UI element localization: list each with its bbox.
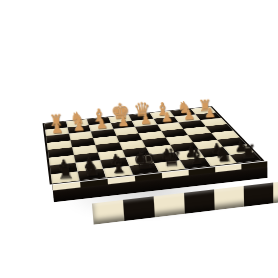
black-rook: ♜ xyxy=(56,162,75,183)
black-rook: ♜ xyxy=(239,142,257,162)
black-knight: ♞ xyxy=(213,144,232,165)
white-pawn: ♟ xyxy=(50,121,63,135)
black-bishop: ♝ xyxy=(108,154,129,177)
black-queen: ♛ xyxy=(160,146,183,171)
white-pawn: ♟ xyxy=(95,117,108,131)
white-pawn: ♟ xyxy=(161,110,174,124)
black-bishop: ♝ xyxy=(187,145,207,168)
white-pawn: ♟ xyxy=(204,106,216,120)
square-3-6-ivory xyxy=(183,126,211,135)
chess-box-assembly: ♜♞♝♚♛♝♞♜♟♟♟♟♟♟♟♟♟♟♟♟♟♟♟♟♜♞♝♚♛♝♞♜ xyxy=(0,0,278,278)
black-king: ♚ xyxy=(132,146,157,174)
chess-board: ♜♞♝♚♛♝♞♜♟♟♟♟♟♟♟♟♟♟♟♟♟♟♟♟♜♞♝♚♛♝♞♜ xyxy=(43,106,265,184)
chess-set-product-photo[interactable]: ♜♞♝♚♛♝♞♜♟♟♟♟♟♟♟♟♟♟♟♟♟♟♟♟♜♞♝♚♛♝♞♜ xyxy=(0,0,278,278)
white-pawn: ♟ xyxy=(117,114,130,128)
white-pawn: ♟ xyxy=(183,108,196,122)
white-pawn: ♟ xyxy=(139,112,152,126)
black-knight: ♞ xyxy=(82,158,102,180)
square-3-2-ivory xyxy=(93,136,119,145)
white-pawn: ♟ xyxy=(73,119,86,133)
